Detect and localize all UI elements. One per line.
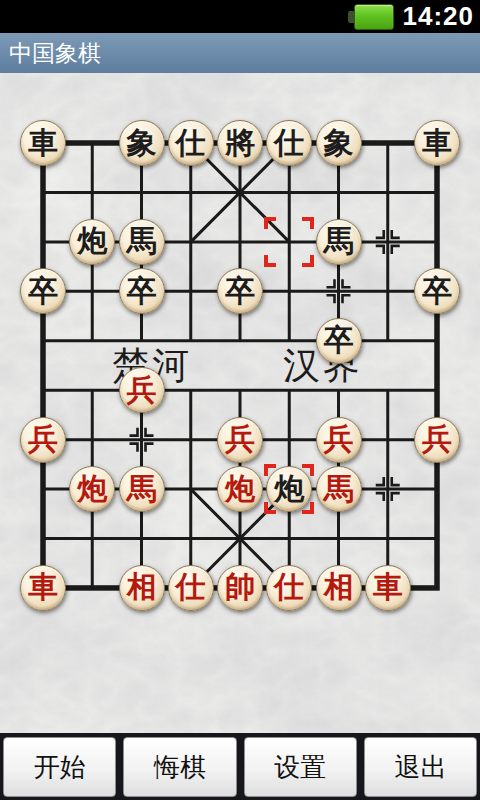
piece-black-soldier[interactable]: 卒 (414, 268, 460, 314)
piece-red-elephant[interactable]: 相 (316, 565, 362, 611)
piece-red-advisor[interactable]: 仕 (168, 565, 214, 611)
piece-red-soldier[interactable]: 兵 (316, 417, 362, 463)
piece-black-cannon[interactable]: 炮 (69, 219, 115, 265)
bottom-button-bar: 开始 悔棋 设置 退出 (0, 733, 480, 800)
piece-black-advisor[interactable]: 仕 (266, 120, 312, 166)
piece-black-chariot[interactable]: 車 (20, 120, 66, 166)
piece-black-elephant[interactable]: 象 (119, 120, 165, 166)
settings-button[interactable]: 设置 (244, 737, 357, 797)
piece-red-horse[interactable]: 馬 (316, 466, 362, 512)
piece-red-soldier[interactable]: 兵 (20, 417, 66, 463)
piece-black-soldier[interactable]: 卒 (316, 318, 362, 364)
piece-black-advisor[interactable]: 仕 (168, 120, 214, 166)
piece-red-elephant[interactable]: 相 (119, 565, 165, 611)
piece-black-horse[interactable]: 馬 (316, 219, 362, 265)
app-title: 中国象棋 (9, 38, 101, 69)
piece-black-chariot[interactable]: 車 (414, 120, 460, 166)
piece-black-general[interactable]: 將 (217, 120, 263, 166)
piece-red-soldier[interactable]: 兵 (414, 417, 460, 463)
exit-button[interactable]: 退出 (364, 737, 477, 797)
piece-black-soldier[interactable]: 卒 (217, 268, 263, 314)
battery-icon (348, 5, 394, 29)
piece-red-chariot[interactable]: 車 (20, 565, 66, 611)
xiangqi-board[interactable]: 楚河 汉界 車象仕將仕象車炮馬馬卒卒卒卒卒炮兵兵兵兵兵炮馬炮馬車相仕帥仕相車 (0, 73, 480, 733)
piece-red-horse[interactable]: 馬 (119, 466, 165, 512)
piece-red-cannon[interactable]: 炮 (69, 466, 115, 512)
piece-black-elephant[interactable]: 象 (316, 120, 362, 166)
battery-nub (348, 11, 355, 23)
battery-body (354, 4, 393, 30)
piece-red-cannon[interactable]: 炮 (217, 466, 263, 512)
status-bar: 14:20 (0, 0, 480, 33)
board-grid: 楚河 汉界 (0, 73, 480, 733)
status-clock: 14:20 (403, 1, 475, 32)
piece-red-advisor[interactable]: 仕 (266, 565, 312, 611)
start-button[interactable]: 开始 (3, 737, 116, 797)
piece-red-soldier[interactable]: 兵 (119, 367, 165, 413)
piece-red-general[interactable]: 帥 (217, 565, 263, 611)
piece-black-soldier[interactable]: 卒 (20, 268, 66, 314)
piece-black-soldier[interactable]: 卒 (119, 268, 165, 314)
piece-red-soldier[interactable]: 兵 (217, 417, 263, 463)
piece-black-cannon[interactable]: 炮 (266, 466, 312, 512)
piece-red-chariot[interactable]: 車 (365, 565, 411, 611)
piece-black-horse[interactable]: 馬 (119, 219, 165, 265)
title-bar: 中国象棋 (0, 33, 480, 73)
app-screen: 14:20 中国象棋 楚河 汉界 車象仕將仕象車 (0, 0, 480, 800)
undo-button[interactable]: 悔棋 (123, 737, 236, 797)
